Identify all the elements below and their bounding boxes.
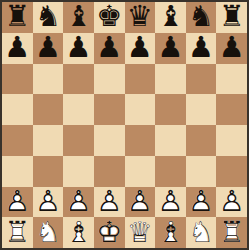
board-square[interactable]: ♞ — [186, 2, 217, 33]
white-queen-fill: ♛ — [127, 218, 153, 247]
white-pawn: ♙ — [66, 187, 92, 216]
board-square[interactable] — [216, 125, 247, 156]
board-square[interactable] — [155, 94, 186, 125]
board-square[interactable] — [125, 64, 156, 95]
white-rook-fill: ♜ — [219, 218, 245, 247]
board-square[interactable]: ♜ — [2, 2, 33, 33]
board-square[interactable] — [33, 156, 64, 187]
white-rook-fill: ♜ — [4, 218, 30, 247]
board-square[interactable] — [2, 125, 33, 156]
black-rook: ♜ — [4, 2, 30, 31]
black-rook: ♜ — [219, 2, 245, 31]
board-square[interactable] — [186, 156, 217, 187]
black-pawn: ♟ — [4, 33, 30, 62]
board-square[interactable] — [125, 156, 156, 187]
board-square[interactable] — [125, 94, 156, 125]
board-square[interactable] — [186, 125, 217, 156]
white-pawn-fill: ♟ — [219, 187, 245, 216]
board-square[interactable] — [186, 64, 217, 95]
board-square[interactable]: ♟ — [186, 33, 217, 64]
board-square[interactable] — [216, 64, 247, 95]
white-king: ♔ — [96, 218, 122, 247]
white-knight: ♘ — [188, 218, 214, 247]
board-square[interactable]: ♛ — [125, 2, 156, 33]
board-square[interactable] — [63, 125, 94, 156]
board-square[interactable] — [63, 156, 94, 187]
board-square[interactable]: ♛♕ — [125, 217, 156, 248]
board-square[interactable]: ♚ — [94, 2, 125, 33]
board-square[interactable]: ♟ — [63, 33, 94, 64]
white-knight-fill: ♞ — [35, 218, 61, 247]
board-square[interactable] — [186, 94, 217, 125]
white-pawn: ♙ — [219, 187, 245, 216]
board-square[interactable] — [216, 156, 247, 187]
white-pawn-fill: ♟ — [127, 187, 153, 216]
board-square[interactable]: ♟♙ — [216, 187, 247, 218]
white-bishop-fill: ♝ — [157, 218, 183, 247]
black-king: ♚ — [96, 2, 122, 31]
board-square[interactable]: ♟ — [155, 33, 186, 64]
board-square[interactable]: ♟♙ — [155, 187, 186, 218]
white-pawn-fill: ♟ — [35, 187, 61, 216]
white-king-fill: ♚ — [96, 218, 122, 247]
white-bishop: ♗ — [66, 218, 92, 247]
black-bishop: ♝ — [66, 2, 92, 31]
white-pawn-fill: ♟ — [96, 187, 122, 216]
board-square[interactable] — [94, 156, 125, 187]
board-square[interactable]: ♟♙ — [125, 187, 156, 218]
board-square[interactable]: ♝♗ — [155, 217, 186, 248]
board-square[interactable]: ♝♗ — [63, 217, 94, 248]
white-pawn: ♙ — [4, 187, 30, 216]
board-square[interactable]: ♞ — [33, 2, 64, 33]
black-pawn: ♟ — [66, 33, 92, 62]
board-square[interactable]: ♜♖ — [2, 217, 33, 248]
white-rook: ♖ — [4, 218, 30, 247]
black-pawn: ♟ — [188, 33, 214, 62]
white-pawn: ♙ — [127, 187, 153, 216]
board-square[interactable] — [2, 156, 33, 187]
board-square[interactable] — [94, 94, 125, 125]
white-pawn: ♙ — [96, 187, 122, 216]
white-bishop: ♗ — [157, 218, 183, 247]
white-pawn-fill: ♟ — [157, 187, 183, 216]
board-square[interactable] — [94, 125, 125, 156]
white-pawn: ♙ — [157, 187, 183, 216]
board-square[interactable] — [63, 94, 94, 125]
black-pawn: ♟ — [219, 33, 245, 62]
board-square[interactable]: ♟ — [2, 33, 33, 64]
board-square[interactable] — [155, 156, 186, 187]
board-square[interactable]: ♟♙ — [33, 187, 64, 218]
board-square[interactable] — [2, 64, 33, 95]
board-square[interactable]: ♟ — [125, 33, 156, 64]
white-rook: ♖ — [219, 218, 245, 247]
board-square[interactable]: ♟♙ — [94, 187, 125, 218]
board-square[interactable]: ♜♖ — [216, 217, 247, 248]
board-square[interactable]: ♟ — [94, 33, 125, 64]
board-square[interactable]: ♟ — [33, 33, 64, 64]
board-square[interactable] — [155, 125, 186, 156]
board-square[interactable] — [33, 64, 64, 95]
board-square[interactable] — [125, 125, 156, 156]
white-pawn-fill: ♟ — [188, 187, 214, 216]
board-square[interactable]: ♟♙ — [63, 187, 94, 218]
black-pawn: ♟ — [127, 33, 153, 62]
board-square[interactable]: ♝ — [63, 2, 94, 33]
chess-board: ♜♞♝♚♛♝♞♜♟♟♟♟♟♟♟♟♟♙♟♙♟♙♟♙♟♙♟♙♟♙♟♙♜♖♞♘♝♗♚♔… — [0, 0, 249, 250]
black-pawn: ♟ — [157, 33, 183, 62]
black-bishop: ♝ — [157, 2, 183, 31]
board-square[interactable] — [63, 64, 94, 95]
board-square[interactable]: ♟♙ — [2, 187, 33, 218]
board-square[interactable]: ♞♘ — [33, 217, 64, 248]
board-square[interactable]: ♜ — [216, 2, 247, 33]
white-queen: ♕ — [127, 218, 153, 247]
white-pawn-fill: ♟ — [4, 187, 30, 216]
black-queen: ♛ — [127, 2, 153, 31]
board-square[interactable]: ♚♔ — [94, 217, 125, 248]
black-knight: ♞ — [35, 2, 61, 31]
chess-board-window: ♜♞♝♚♛♝♞♜♟♟♟♟♟♟♟♟♟♙♟♙♟♙♟♙♟♙♟♙♟♙♟♙♜♖♞♘♝♗♚♔… — [0, 0, 249, 250]
board-square[interactable] — [155, 64, 186, 95]
board-square[interactable] — [33, 94, 64, 125]
white-knight-fill: ♞ — [188, 218, 214, 247]
white-bishop-fill: ♝ — [66, 218, 92, 247]
black-knight: ♞ — [188, 2, 214, 31]
white-pawn: ♙ — [188, 187, 214, 216]
board-square[interactable] — [33, 125, 64, 156]
black-pawn: ♟ — [35, 33, 61, 62]
board-square[interactable]: ♝ — [155, 2, 186, 33]
white-pawn-fill: ♟ — [66, 187, 92, 216]
board-square[interactable] — [2, 94, 33, 125]
board-square[interactable]: ♟ — [216, 33, 247, 64]
black-pawn: ♟ — [96, 33, 122, 62]
board-square[interactable]: ♟♙ — [186, 187, 217, 218]
white-pawn: ♙ — [35, 187, 61, 216]
board-square[interactable]: ♞♘ — [186, 217, 217, 248]
board-square[interactable] — [94, 64, 125, 95]
white-knight: ♘ — [35, 218, 61, 247]
board-square[interactable] — [216, 94, 247, 125]
